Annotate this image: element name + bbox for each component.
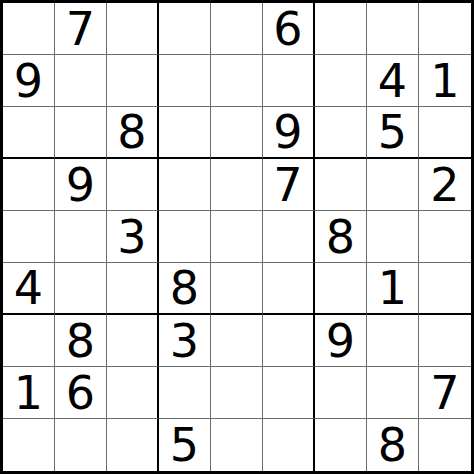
- given-digit-r2c9[interactable]: 1: [419, 55, 471, 107]
- given-digit-r2c1[interactable]: 9: [3, 55, 55, 107]
- cell-r5c2[interactable]: [55, 211, 107, 263]
- cell-r3c5[interactable]: [211, 107, 263, 159]
- cell-r5c8[interactable]: [367, 211, 419, 263]
- cell-r2c5[interactable]: [211, 55, 263, 107]
- cell-r9c5[interactable]: [211, 419, 263, 471]
- cell-r1c5[interactable]: [211, 3, 263, 55]
- given-digit-r6c8[interactable]: 1: [367, 263, 419, 315]
- given-digit-r4c2[interactable]: 9: [55, 159, 107, 211]
- cell-r3c2[interactable]: [55, 107, 107, 159]
- cell-r3c9[interactable]: [419, 107, 471, 159]
- given-digit-r8c9[interactable]: 7: [419, 367, 471, 419]
- cell-r8c5[interactable]: [211, 367, 263, 419]
- cell-r5c5[interactable]: [211, 211, 263, 263]
- cell-r9c9[interactable]: [419, 419, 471, 471]
- cell-r7c6[interactable]: [263, 315, 315, 367]
- given-digit-r6c1[interactable]: 4: [3, 263, 55, 315]
- cell-r6c5[interactable]: [211, 263, 263, 315]
- cell-r8c4[interactable]: [159, 367, 211, 419]
- cell-r8c8[interactable]: [367, 367, 419, 419]
- given-digit-r3c3[interactable]: 8: [107, 107, 159, 159]
- cell-r6c2[interactable]: [55, 263, 107, 315]
- cell-r5c4[interactable]: [159, 211, 211, 263]
- cell-r8c7[interactable]: [315, 367, 367, 419]
- given-digit-r5c3[interactable]: 3: [107, 211, 159, 263]
- cell-r2c4[interactable]: [159, 55, 211, 107]
- cell-r1c7[interactable]: [315, 3, 367, 55]
- cell-r2c3[interactable]: [107, 55, 159, 107]
- cell-r6c6[interactable]: [263, 263, 315, 315]
- cell-r4c3[interactable]: [107, 159, 159, 211]
- cell-r4c7[interactable]: [315, 159, 367, 211]
- given-digit-r9c4[interactable]: 5: [159, 419, 211, 471]
- given-digit-r8c2[interactable]: 6: [55, 367, 107, 419]
- cell-r6c9[interactable]: [419, 263, 471, 315]
- cell-r6c7[interactable]: [315, 263, 367, 315]
- cell-r9c7[interactable]: [315, 419, 367, 471]
- sudoku-puzzle: 769418959723848183916758: [0, 0, 474, 474]
- given-digit-r1c6[interactable]: 6: [263, 3, 315, 55]
- given-digit-r8c1[interactable]: 1: [3, 367, 55, 419]
- given-digit-r7c4[interactable]: 3: [159, 315, 211, 367]
- cell-r9c6[interactable]: [263, 419, 315, 471]
- cell-r4c5[interactable]: [211, 159, 263, 211]
- given-digit-r6c4[interactable]: 8: [159, 263, 211, 315]
- cell-r4c1[interactable]: [3, 159, 55, 211]
- cell-r7c1[interactable]: [3, 315, 55, 367]
- given-digit-r7c2[interactable]: 8: [55, 315, 107, 367]
- cell-r1c8[interactable]: [367, 3, 419, 55]
- given-digit-r2c8[interactable]: 4: [367, 55, 419, 107]
- cell-r4c8[interactable]: [367, 159, 419, 211]
- cell-r9c1[interactable]: [3, 419, 55, 471]
- cell-r3c4[interactable]: [159, 107, 211, 159]
- cell-r1c3[interactable]: [107, 3, 159, 55]
- cell-r9c3[interactable]: [107, 419, 159, 471]
- cell-r6c3[interactable]: [107, 263, 159, 315]
- sudoku-board: 769418959723848183916758: [0, 0, 474, 474]
- cell-r5c1[interactable]: [3, 211, 55, 263]
- cell-r3c1[interactable]: [3, 107, 55, 159]
- given-digit-r4c6[interactable]: 7: [263, 159, 315, 211]
- given-digit-r3c8[interactable]: 5: [367, 107, 419, 159]
- given-digit-r3c6[interactable]: 9: [263, 107, 315, 159]
- given-digit-r1c2[interactable]: 7: [55, 3, 107, 55]
- cell-r7c9[interactable]: [419, 315, 471, 367]
- cell-r1c9[interactable]: [419, 3, 471, 55]
- given-digit-r5c7[interactable]: 8: [315, 211, 367, 263]
- cell-r8c3[interactable]: [107, 367, 159, 419]
- cell-r7c3[interactable]: [107, 315, 159, 367]
- cell-r1c1[interactable]: [3, 3, 55, 55]
- cell-r9c2[interactable]: [55, 419, 107, 471]
- cell-r5c6[interactable]: [263, 211, 315, 263]
- cell-r2c6[interactable]: [263, 55, 315, 107]
- given-digit-r4c9[interactable]: 2: [419, 159, 471, 211]
- cell-r5c9[interactable]: [419, 211, 471, 263]
- cell-r2c7[interactable]: [315, 55, 367, 107]
- cell-r1c4[interactable]: [159, 3, 211, 55]
- cell-r7c8[interactable]: [367, 315, 419, 367]
- given-digit-r9c8[interactable]: 8: [367, 419, 419, 471]
- cell-r3c7[interactable]: [315, 107, 367, 159]
- given-digit-r7c7[interactable]: 9: [315, 315, 367, 367]
- cell-r2c2[interactable]: [55, 55, 107, 107]
- cell-r4c4[interactable]: [159, 159, 211, 211]
- cell-r7c5[interactable]: [211, 315, 263, 367]
- cell-r8c6[interactable]: [263, 367, 315, 419]
